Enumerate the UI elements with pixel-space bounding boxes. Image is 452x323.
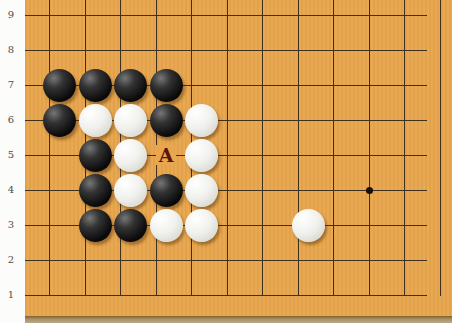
black-stone[interactable] xyxy=(79,69,112,102)
black-stone[interactable] xyxy=(150,69,183,102)
white-stone[interactable] xyxy=(114,104,147,137)
point-label-a[interactable]: A xyxy=(156,145,177,165)
black-stone[interactable] xyxy=(43,104,76,137)
black-stone[interactable] xyxy=(114,209,147,242)
white-stone[interactable] xyxy=(185,209,218,242)
white-stone[interactable] xyxy=(185,174,218,207)
black-stone[interactable] xyxy=(79,139,112,172)
white-stone[interactable] xyxy=(79,104,112,137)
black-stone[interactable] xyxy=(114,69,147,102)
board-bottom-edge xyxy=(25,316,452,323)
white-stone[interactable] xyxy=(150,209,183,242)
black-stone[interactable] xyxy=(150,104,183,137)
black-stone[interactable] xyxy=(150,174,183,207)
go-board-diagram: 987654321 A xyxy=(0,0,452,323)
white-stone[interactable] xyxy=(185,104,218,137)
black-stone[interactable] xyxy=(79,209,112,242)
white-stone[interactable] xyxy=(114,174,147,207)
black-stone[interactable] xyxy=(43,69,76,102)
black-stone[interactable] xyxy=(79,174,112,207)
white-stone[interactable] xyxy=(292,209,325,242)
white-stone[interactable] xyxy=(185,139,218,172)
grid-line-vertical xyxy=(440,0,441,296)
stone-grid: A xyxy=(6,0,432,313)
white-stone[interactable] xyxy=(114,139,147,172)
